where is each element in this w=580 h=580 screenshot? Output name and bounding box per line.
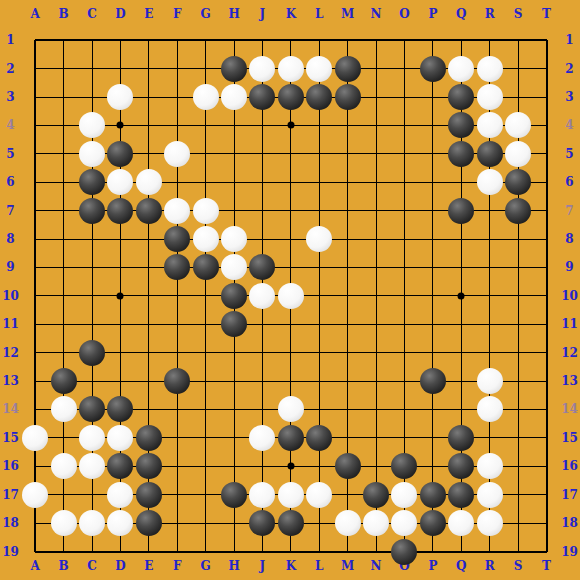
intersection-G15[interactable]	[191, 424, 219, 452]
intersection-N7[interactable]	[362, 196, 390, 224]
intersection-A6[interactable]	[21, 168, 49, 196]
intersection-R4[interactable]	[476, 111, 504, 139]
intersection-H8[interactable]	[220, 225, 248, 253]
intersection-T5[interactable]	[532, 140, 560, 168]
intersection-N14[interactable]	[362, 395, 390, 423]
intersection-A15[interactable]	[21, 424, 49, 452]
intersection-Q17[interactable]	[447, 481, 475, 509]
intersection-F10[interactable]	[163, 282, 191, 310]
intersection-R17[interactable]	[476, 481, 504, 509]
intersection-N15[interactable]	[362, 424, 390, 452]
intersection-Q3[interactable]	[447, 83, 475, 111]
intersection-D17[interactable]	[106, 481, 134, 509]
intersection-L8[interactable]	[305, 225, 333, 253]
intersection-C16[interactable]	[78, 452, 106, 480]
intersection-P1[interactable]	[419, 26, 447, 54]
intersection-M12[interactable]	[333, 338, 361, 366]
intersection-K11[interactable]	[277, 310, 305, 338]
intersection-K16[interactable]	[277, 452, 305, 480]
intersection-E7[interactable]	[135, 196, 163, 224]
intersection-B13[interactable]	[49, 367, 77, 395]
intersection-G5[interactable]	[191, 140, 219, 168]
intersection-D10[interactable]	[106, 282, 134, 310]
intersection-Q12[interactable]	[447, 338, 475, 366]
intersection-J15[interactable]	[248, 424, 276, 452]
intersection-S15[interactable]	[504, 424, 532, 452]
intersection-K1[interactable]	[277, 26, 305, 54]
intersection-J3[interactable]	[248, 83, 276, 111]
intersection-C10[interactable]	[78, 282, 106, 310]
intersection-T15[interactable]	[532, 424, 560, 452]
intersection-H14[interactable]	[220, 395, 248, 423]
intersection-O6[interactable]	[390, 168, 418, 196]
intersection-N13[interactable]	[362, 367, 390, 395]
intersection-R1[interactable]	[476, 26, 504, 54]
intersection-T14[interactable]	[532, 395, 560, 423]
intersection-Q13[interactable]	[447, 367, 475, 395]
intersection-R8[interactable]	[476, 225, 504, 253]
intersection-D13[interactable]	[106, 367, 134, 395]
intersection-A18[interactable]	[21, 509, 49, 537]
intersection-T12[interactable]	[532, 338, 560, 366]
intersection-H1[interactable]	[220, 26, 248, 54]
intersection-Q1[interactable]	[447, 26, 475, 54]
intersection-A11[interactable]	[21, 310, 49, 338]
intersection-S19[interactable]	[504, 537, 532, 565]
intersection-F8[interactable]	[163, 225, 191, 253]
intersection-T19[interactable]	[532, 537, 560, 565]
intersection-Q4[interactable]	[447, 111, 475, 139]
intersection-O14[interactable]	[390, 395, 418, 423]
intersection-C15[interactable]	[78, 424, 106, 452]
intersection-F5[interactable]	[163, 140, 191, 168]
intersection-B3[interactable]	[49, 83, 77, 111]
intersection-G16[interactable]	[191, 452, 219, 480]
intersection-D9[interactable]	[106, 253, 134, 281]
intersection-T17[interactable]	[532, 481, 560, 509]
intersection-L10[interactable]	[305, 282, 333, 310]
intersection-F1[interactable]	[163, 26, 191, 54]
intersection-M7[interactable]	[333, 196, 361, 224]
intersection-O1[interactable]	[390, 26, 418, 54]
intersection-B1[interactable]	[49, 26, 77, 54]
intersection-S17[interactable]	[504, 481, 532, 509]
intersection-D12[interactable]	[106, 338, 134, 366]
intersection-F3[interactable]	[163, 83, 191, 111]
intersection-L11[interactable]	[305, 310, 333, 338]
intersection-O12[interactable]	[390, 338, 418, 366]
intersection-N8[interactable]	[362, 225, 390, 253]
intersection-C13[interactable]	[78, 367, 106, 395]
intersection-J9[interactable]	[248, 253, 276, 281]
intersection-J17[interactable]	[248, 481, 276, 509]
intersection-G18[interactable]	[191, 509, 219, 537]
intersection-G8[interactable]	[191, 225, 219, 253]
intersection-K12[interactable]	[277, 338, 305, 366]
intersection-C7[interactable]	[78, 196, 106, 224]
intersection-C5[interactable]	[78, 140, 106, 168]
intersection-E15[interactable]	[135, 424, 163, 452]
intersection-C6[interactable]	[78, 168, 106, 196]
intersection-M8[interactable]	[333, 225, 361, 253]
intersection-P19[interactable]	[419, 537, 447, 565]
intersection-M14[interactable]	[333, 395, 361, 423]
intersection-K19[interactable]	[277, 537, 305, 565]
intersection-P17[interactable]	[419, 481, 447, 509]
intersection-B17[interactable]	[49, 481, 77, 509]
intersection-M13[interactable]	[333, 367, 361, 395]
intersection-J11[interactable]	[248, 310, 276, 338]
intersection-T9[interactable]	[532, 253, 560, 281]
intersection-P9[interactable]	[419, 253, 447, 281]
intersection-Q18[interactable]	[447, 509, 475, 537]
intersection-L9[interactable]	[305, 253, 333, 281]
intersection-B19[interactable]	[49, 537, 77, 565]
intersection-C8[interactable]	[78, 225, 106, 253]
intersection-K14[interactable]	[277, 395, 305, 423]
intersection-P13[interactable]	[419, 367, 447, 395]
intersection-T8[interactable]	[532, 225, 560, 253]
intersection-S2[interactable]	[504, 54, 532, 82]
intersection-L18[interactable]	[305, 509, 333, 537]
intersection-S7[interactable]	[504, 196, 532, 224]
intersection-B2[interactable]	[49, 54, 77, 82]
intersection-K8[interactable]	[277, 225, 305, 253]
intersection-H2[interactable]	[220, 54, 248, 82]
intersection-L16[interactable]	[305, 452, 333, 480]
intersection-P3[interactable]	[419, 83, 447, 111]
intersection-G4[interactable]	[191, 111, 219, 139]
intersection-C12[interactable]	[78, 338, 106, 366]
intersection-G1[interactable]	[191, 26, 219, 54]
intersection-P16[interactable]	[419, 452, 447, 480]
intersection-S9[interactable]	[504, 253, 532, 281]
intersection-F17[interactable]	[163, 481, 191, 509]
intersection-F9[interactable]	[163, 253, 191, 281]
intersection-N3[interactable]	[362, 83, 390, 111]
intersection-C1[interactable]	[78, 26, 106, 54]
intersection-R9[interactable]	[476, 253, 504, 281]
intersection-D3[interactable]	[106, 83, 134, 111]
intersection-S5[interactable]	[504, 140, 532, 168]
intersection-K17[interactable]	[277, 481, 305, 509]
intersection-A9[interactable]	[21, 253, 49, 281]
intersection-T1[interactable]	[532, 26, 560, 54]
intersection-A17[interactable]	[21, 481, 49, 509]
intersection-R3[interactable]	[476, 83, 504, 111]
intersection-J16[interactable]	[248, 452, 276, 480]
intersection-P18[interactable]	[419, 509, 447, 537]
intersection-K3[interactable]	[277, 83, 305, 111]
intersection-A19[interactable]	[21, 537, 49, 565]
intersection-S3[interactable]	[504, 83, 532, 111]
intersection-L3[interactable]	[305, 83, 333, 111]
intersection-N1[interactable]	[362, 26, 390, 54]
intersection-D15[interactable]	[106, 424, 134, 452]
intersection-Q2[interactable]	[447, 54, 475, 82]
intersection-A2[interactable]	[21, 54, 49, 82]
intersection-L14[interactable]	[305, 395, 333, 423]
intersection-O10[interactable]	[390, 282, 418, 310]
intersection-H10[interactable]	[220, 282, 248, 310]
intersection-L17[interactable]	[305, 481, 333, 509]
intersection-P12[interactable]	[419, 338, 447, 366]
intersection-J5[interactable]	[248, 140, 276, 168]
intersection-E2[interactable]	[135, 54, 163, 82]
intersection-O5[interactable]	[390, 140, 418, 168]
intersection-N4[interactable]	[362, 111, 390, 139]
intersection-H9[interactable]	[220, 253, 248, 281]
intersection-H3[interactable]	[220, 83, 248, 111]
intersection-F14[interactable]	[163, 395, 191, 423]
intersection-M16[interactable]	[333, 452, 361, 480]
intersection-P8[interactable]	[419, 225, 447, 253]
intersection-K15[interactable]	[277, 424, 305, 452]
intersection-P6[interactable]	[419, 168, 447, 196]
intersection-N5[interactable]	[362, 140, 390, 168]
intersection-G13[interactable]	[191, 367, 219, 395]
intersection-P11[interactable]	[419, 310, 447, 338]
intersection-E19[interactable]	[135, 537, 163, 565]
intersection-H7[interactable]	[220, 196, 248, 224]
intersection-P4[interactable]	[419, 111, 447, 139]
intersection-D1[interactable]	[106, 26, 134, 54]
intersection-C4[interactable]	[78, 111, 106, 139]
intersection-A12[interactable]	[21, 338, 49, 366]
intersection-E18[interactable]	[135, 509, 163, 537]
intersection-S8[interactable]	[504, 225, 532, 253]
intersection-Q7[interactable]	[447, 196, 475, 224]
intersection-R11[interactable]	[476, 310, 504, 338]
intersection-G10[interactable]	[191, 282, 219, 310]
intersection-E1[interactable]	[135, 26, 163, 54]
intersection-Q19[interactable]	[447, 537, 475, 565]
intersection-M5[interactable]	[333, 140, 361, 168]
intersection-C19[interactable]	[78, 537, 106, 565]
intersection-C2[interactable]	[78, 54, 106, 82]
intersection-E6[interactable]	[135, 168, 163, 196]
intersection-F19[interactable]	[163, 537, 191, 565]
intersection-T2[interactable]	[532, 54, 560, 82]
intersection-O17[interactable]	[390, 481, 418, 509]
intersection-S1[interactable]	[504, 26, 532, 54]
intersection-H11[interactable]	[220, 310, 248, 338]
intersection-T6[interactable]	[532, 168, 560, 196]
intersection-D2[interactable]	[106, 54, 134, 82]
intersection-O18[interactable]	[390, 509, 418, 537]
intersection-O19[interactable]	[390, 537, 418, 565]
intersection-E5[interactable]	[135, 140, 163, 168]
intersection-N16[interactable]	[362, 452, 390, 480]
intersection-N9[interactable]	[362, 253, 390, 281]
intersection-H19[interactable]	[220, 537, 248, 565]
intersection-R10[interactable]	[476, 282, 504, 310]
intersection-J8[interactable]	[248, 225, 276, 253]
intersection-A8[interactable]	[21, 225, 49, 253]
intersection-K6[interactable]	[277, 168, 305, 196]
intersection-K5[interactable]	[277, 140, 305, 168]
intersection-C11[interactable]	[78, 310, 106, 338]
intersection-K13[interactable]	[277, 367, 305, 395]
intersection-N18[interactable]	[362, 509, 390, 537]
intersection-Q9[interactable]	[447, 253, 475, 281]
intersection-B15[interactable]	[49, 424, 77, 452]
intersection-J7[interactable]	[248, 196, 276, 224]
intersection-B14[interactable]	[49, 395, 77, 423]
intersection-B4[interactable]	[49, 111, 77, 139]
intersection-E8[interactable]	[135, 225, 163, 253]
intersection-C17[interactable]	[78, 481, 106, 509]
intersection-F2[interactable]	[163, 54, 191, 82]
intersection-J13[interactable]	[248, 367, 276, 395]
intersection-B10[interactable]	[49, 282, 77, 310]
intersection-A1[interactable]	[21, 26, 49, 54]
intersection-D19[interactable]	[106, 537, 134, 565]
intersection-K7[interactable]	[277, 196, 305, 224]
intersection-H16[interactable]	[220, 452, 248, 480]
intersection-M15[interactable]	[333, 424, 361, 452]
intersection-R16[interactable]	[476, 452, 504, 480]
intersection-P2[interactable]	[419, 54, 447, 82]
intersection-T7[interactable]	[532, 196, 560, 224]
intersection-N12[interactable]	[362, 338, 390, 366]
intersection-Q8[interactable]	[447, 225, 475, 253]
intersection-B11[interactable]	[49, 310, 77, 338]
intersection-L15[interactable]	[305, 424, 333, 452]
intersection-C14[interactable]	[78, 395, 106, 423]
intersection-A3[interactable]	[21, 83, 49, 111]
intersection-T16[interactable]	[532, 452, 560, 480]
intersection-H4[interactable]	[220, 111, 248, 139]
intersection-S18[interactable]	[504, 509, 532, 537]
intersection-S14[interactable]	[504, 395, 532, 423]
intersection-O7[interactable]	[390, 196, 418, 224]
intersection-J4[interactable]	[248, 111, 276, 139]
intersection-R18[interactable]	[476, 509, 504, 537]
intersection-D6[interactable]	[106, 168, 134, 196]
intersection-H18[interactable]	[220, 509, 248, 537]
intersection-B7[interactable]	[49, 196, 77, 224]
intersection-K2[interactable]	[277, 54, 305, 82]
intersection-F4[interactable]	[163, 111, 191, 139]
intersection-J6[interactable]	[248, 168, 276, 196]
intersection-D18[interactable]	[106, 509, 134, 537]
intersection-R14[interactable]	[476, 395, 504, 423]
intersection-M3[interactable]	[333, 83, 361, 111]
intersection-G12[interactable]	[191, 338, 219, 366]
intersection-L19[interactable]	[305, 537, 333, 565]
intersection-A4[interactable]	[21, 111, 49, 139]
intersection-Q10[interactable]	[447, 282, 475, 310]
intersection-T13[interactable]	[532, 367, 560, 395]
intersection-E13[interactable]	[135, 367, 163, 395]
intersection-F11[interactable]	[163, 310, 191, 338]
intersection-M9[interactable]	[333, 253, 361, 281]
intersection-O16[interactable]	[390, 452, 418, 480]
intersection-Q5[interactable]	[447, 140, 475, 168]
intersection-D16[interactable]	[106, 452, 134, 480]
intersection-C9[interactable]	[78, 253, 106, 281]
intersection-M11[interactable]	[333, 310, 361, 338]
intersection-L7[interactable]	[305, 196, 333, 224]
intersection-E4[interactable]	[135, 111, 163, 139]
intersection-J19[interactable]	[248, 537, 276, 565]
intersection-L13[interactable]	[305, 367, 333, 395]
intersection-L2[interactable]	[305, 54, 333, 82]
intersection-E10[interactable]	[135, 282, 163, 310]
intersection-T4[interactable]	[532, 111, 560, 139]
intersection-D14[interactable]	[106, 395, 134, 423]
intersection-H17[interactable]	[220, 481, 248, 509]
intersection-B5[interactable]	[49, 140, 77, 168]
intersection-F18[interactable]	[163, 509, 191, 537]
intersection-B12[interactable]	[49, 338, 77, 366]
intersection-M17[interactable]	[333, 481, 361, 509]
intersection-L1[interactable]	[305, 26, 333, 54]
intersection-F7[interactable]	[163, 196, 191, 224]
intersection-S12[interactable]	[504, 338, 532, 366]
intersection-Q11[interactable]	[447, 310, 475, 338]
intersection-M2[interactable]	[333, 54, 361, 82]
intersection-K4[interactable]	[277, 111, 305, 139]
intersection-N6[interactable]	[362, 168, 390, 196]
intersection-K18[interactable]	[277, 509, 305, 537]
intersection-O13[interactable]	[390, 367, 418, 395]
intersection-M6[interactable]	[333, 168, 361, 196]
intersection-G19[interactable]	[191, 537, 219, 565]
intersection-B18[interactable]	[49, 509, 77, 537]
intersection-E17[interactable]	[135, 481, 163, 509]
intersection-G17[interactable]	[191, 481, 219, 509]
intersection-S6[interactable]	[504, 168, 532, 196]
intersection-B6[interactable]	[49, 168, 77, 196]
intersection-N19[interactable]	[362, 537, 390, 565]
intersection-N2[interactable]	[362, 54, 390, 82]
intersection-O2[interactable]	[390, 54, 418, 82]
intersection-N11[interactable]	[362, 310, 390, 338]
intersection-H15[interactable]	[220, 424, 248, 452]
intersection-C18[interactable]	[78, 509, 106, 537]
intersection-H5[interactable]	[220, 140, 248, 168]
intersection-G11[interactable]	[191, 310, 219, 338]
intersection-D7[interactable]	[106, 196, 134, 224]
intersection-E3[interactable]	[135, 83, 163, 111]
intersection-B9[interactable]	[49, 253, 77, 281]
intersection-J12[interactable]	[248, 338, 276, 366]
intersection-Q14[interactable]	[447, 395, 475, 423]
intersection-A14[interactable]	[21, 395, 49, 423]
intersection-G14[interactable]	[191, 395, 219, 423]
intersection-H6[interactable]	[220, 168, 248, 196]
intersection-R7[interactable]	[476, 196, 504, 224]
intersection-C3[interactable]	[78, 83, 106, 111]
intersection-J14[interactable]	[248, 395, 276, 423]
intersection-G6[interactable]	[191, 168, 219, 196]
intersection-O3[interactable]	[390, 83, 418, 111]
intersection-P14[interactable]	[419, 395, 447, 423]
intersection-D11[interactable]	[106, 310, 134, 338]
intersection-M19[interactable]	[333, 537, 361, 565]
intersection-F16[interactable]	[163, 452, 191, 480]
intersection-S13[interactable]	[504, 367, 532, 395]
intersection-A7[interactable]	[21, 196, 49, 224]
intersection-M1[interactable]	[333, 26, 361, 54]
intersection-M18[interactable]	[333, 509, 361, 537]
intersection-S16[interactable]	[504, 452, 532, 480]
intersection-O9[interactable]	[390, 253, 418, 281]
intersection-M10[interactable]	[333, 282, 361, 310]
intersection-J18[interactable]	[248, 509, 276, 537]
